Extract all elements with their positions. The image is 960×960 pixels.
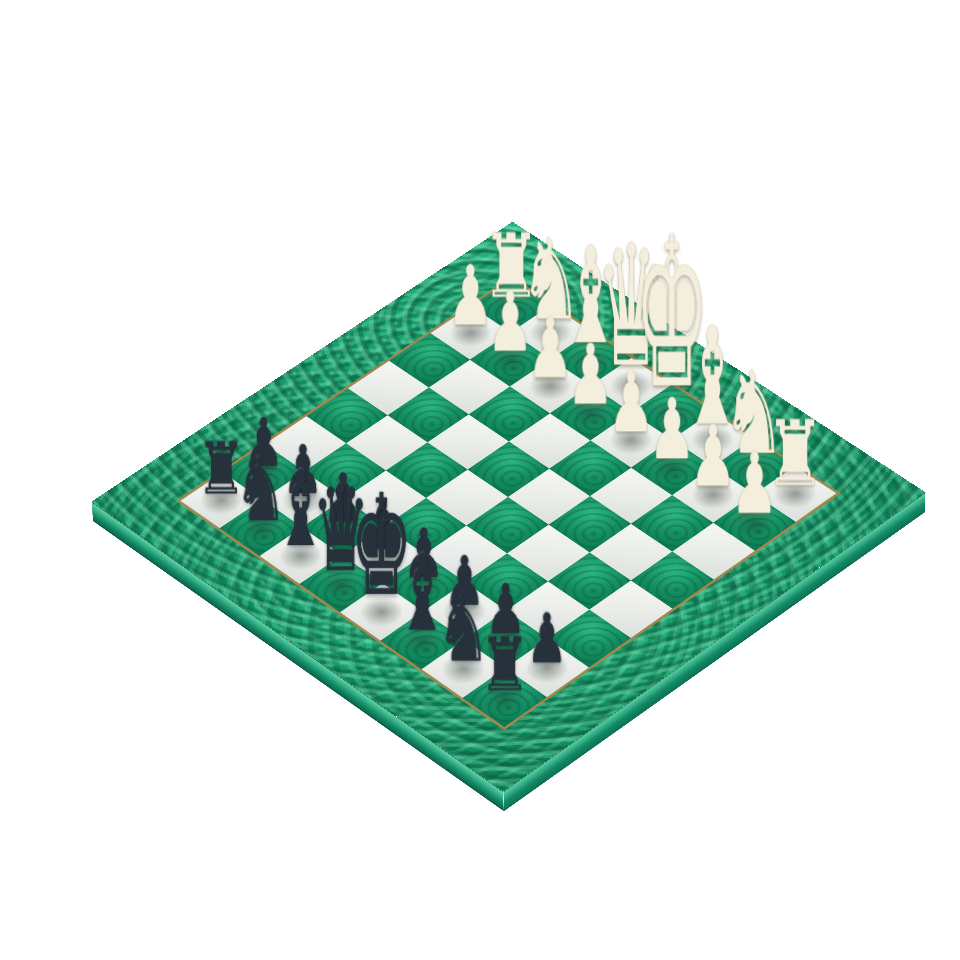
perspective-wrapper: ♜♞♝♛♚♝♞♜♟♟♟♟♟♟♟♟♟♟♟♟♟♟♟♟♜♞♝♛♚♝♞♜	[0, 0, 960, 960]
white-pawn-icon: ♟	[666, 443, 843, 528]
chess-set-photo: ♜♞♝♛♚♝♞♜♟♟♟♟♟♟♟♟♟♟♟♟♟♟♟♟♜♞♝♛♚♝♞♜	[0, 0, 960, 960]
board-frame: ♜♞♝♛♚♝♞♜♟♟♟♟♟♟♟♟♟♟♟♟♟♟♟♟♜♞♝♛♚♝♞♜	[91, 222, 925, 792]
board-grid: ♜♞♝♛♚♝♞♜♟♟♟♟♟♟♟♟♟♟♟♟♟♟♟♟♜♞♝♛♚♝♞♜	[176, 276, 840, 730]
black-rook-icon: ♜	[410, 630, 599, 703]
square-d4	[468, 441, 550, 497]
square-h8: ♜	[463, 668, 547, 727]
chess-board: ♜♞♝♛♚♝♞♜♟♟♟♟♟♟♟♟♟♟♟♟♟♟♟♟♜♞♝♛♚♝♞♜	[91, 222, 925, 792]
